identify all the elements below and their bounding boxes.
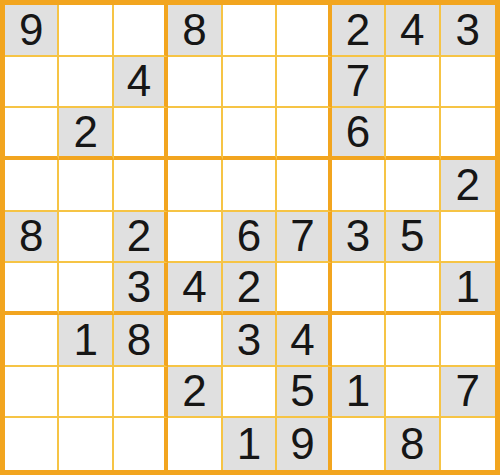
- cell-r2c1-empty[interactable]: [5, 57, 59, 109]
- cell-r8c8-empty[interactable]: [386, 367, 440, 419]
- cell-r4c9-given: 2: [441, 160, 495, 212]
- cell-r7c9-empty[interactable]: [441, 315, 495, 367]
- cell-r9c8-given: 8: [386, 418, 440, 470]
- cell-r3c1-empty[interactable]: [5, 108, 59, 160]
- cell-r1c9-given: 3: [441, 5, 495, 57]
- cell-r6c1-empty[interactable]: [5, 263, 59, 315]
- cell-r8c1-empty[interactable]: [5, 367, 59, 419]
- cell-r5c8-given: 5: [386, 212, 440, 264]
- cell-r2c9-empty[interactable]: [441, 57, 495, 109]
- cell-r2c5-empty[interactable]: [223, 57, 277, 109]
- cell-r2c7-given: 7: [332, 57, 386, 109]
- cell-r4c7-empty[interactable]: [332, 160, 386, 212]
- cell-r1c1-given: 9: [5, 5, 59, 57]
- cell-r2c4-empty[interactable]: [168, 57, 222, 109]
- cell-r6c2-empty[interactable]: [59, 263, 113, 315]
- cell-r1c2-empty[interactable]: [59, 5, 113, 57]
- cell-r1c3-empty[interactable]: [114, 5, 168, 57]
- cell-r1c8-given: 4: [386, 5, 440, 57]
- cell-r2c2-empty[interactable]: [59, 57, 113, 109]
- cell-r4c1-empty[interactable]: [5, 160, 59, 212]
- cell-r6c5-given: 2: [223, 263, 277, 315]
- cell-r6c6-empty[interactable]: [277, 263, 331, 315]
- cell-r4c6-empty[interactable]: [277, 160, 331, 212]
- cell-r3c4-empty[interactable]: [168, 108, 222, 160]
- cell-r7c5-given: 3: [223, 315, 277, 367]
- cell-r9c6-given: 9: [277, 418, 331, 470]
- cell-r5c3-given: 2: [114, 212, 168, 264]
- cell-r2c8-empty[interactable]: [386, 57, 440, 109]
- cell-r9c2-empty[interactable]: [59, 418, 113, 470]
- cell-r6c8-empty[interactable]: [386, 263, 440, 315]
- cell-r8c9-given: 7: [441, 367, 495, 419]
- cell-r9c1-empty[interactable]: [5, 418, 59, 470]
- cell-r7c3-given: 8: [114, 315, 168, 367]
- cell-r9c3-empty[interactable]: [114, 418, 168, 470]
- cell-r8c7-given: 1: [332, 367, 386, 419]
- cell-r7c7-empty[interactable]: [332, 315, 386, 367]
- cell-r1c6-empty[interactable]: [277, 5, 331, 57]
- cell-r1c4-given: 8: [168, 5, 222, 57]
- cell-r8c6-given: 5: [277, 367, 331, 419]
- cell-r5c7-given: 3: [332, 212, 386, 264]
- cell-r6c4-given: 4: [168, 263, 222, 315]
- cell-r5c4-empty[interactable]: [168, 212, 222, 264]
- cell-r9c4-empty[interactable]: [168, 418, 222, 470]
- cell-r9c7-empty[interactable]: [332, 418, 386, 470]
- cell-r5c9-empty[interactable]: [441, 212, 495, 264]
- cell-r7c4-empty[interactable]: [168, 315, 222, 367]
- cell-r4c2-empty[interactable]: [59, 160, 113, 212]
- cell-r5c2-empty[interactable]: [59, 212, 113, 264]
- cell-r3c5-empty[interactable]: [223, 108, 277, 160]
- cell-r7c1-empty[interactable]: [5, 315, 59, 367]
- cell-r8c2-empty[interactable]: [59, 367, 113, 419]
- cell-r7c6-given: 4: [277, 315, 331, 367]
- sudoku-board: 9824347262826735342118342517198: [0, 0, 500, 475]
- cell-r3c3-empty[interactable]: [114, 108, 168, 160]
- cell-r8c5-empty[interactable]: [223, 367, 277, 419]
- cell-r1c5-empty[interactable]: [223, 5, 277, 57]
- cell-r1c7-given: 2: [332, 5, 386, 57]
- cell-r7c2-given: 1: [59, 315, 113, 367]
- cell-r8c3-empty[interactable]: [114, 367, 168, 419]
- cell-r3c7-given: 6: [332, 108, 386, 160]
- cell-r9c9-empty[interactable]: [441, 418, 495, 470]
- cell-r7c8-empty[interactable]: [386, 315, 440, 367]
- cell-r9c5-given: 1: [223, 418, 277, 470]
- cell-r3c2-given: 2: [59, 108, 113, 160]
- cell-r2c6-empty[interactable]: [277, 57, 331, 109]
- cell-r5c1-given: 8: [5, 212, 59, 264]
- cell-r6c7-empty[interactable]: [332, 263, 386, 315]
- cell-r6c9-given: 1: [441, 263, 495, 315]
- cell-r6c3-given: 3: [114, 263, 168, 315]
- cell-r5c5-given: 6: [223, 212, 277, 264]
- cell-r3c6-empty[interactable]: [277, 108, 331, 160]
- cell-r4c3-empty[interactable]: [114, 160, 168, 212]
- cell-r5c6-given: 7: [277, 212, 331, 264]
- cell-r8c4-given: 2: [168, 367, 222, 419]
- cell-r3c9-empty[interactable]: [441, 108, 495, 160]
- cell-r2c3-given: 4: [114, 57, 168, 109]
- cell-r3c8-empty[interactable]: [386, 108, 440, 160]
- cell-r4c8-empty[interactable]: [386, 160, 440, 212]
- cell-r4c4-empty[interactable]: [168, 160, 222, 212]
- cell-r4c5-empty[interactable]: [223, 160, 277, 212]
